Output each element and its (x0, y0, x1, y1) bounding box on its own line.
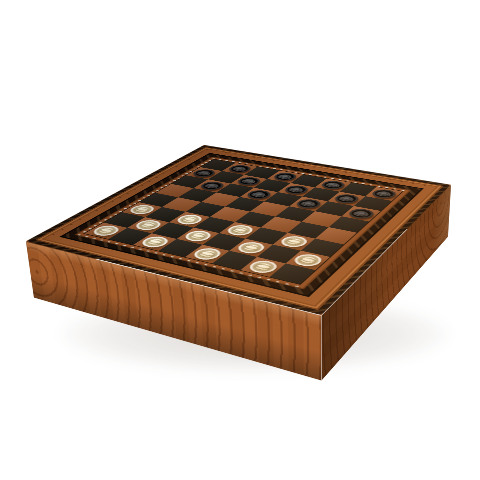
checkers-box: ⛂⛂⛂⛂⛂⛂⛂⛂⛂⛂⛂⛂⛀⛀⛀⛀⛀⛀⛀⛀⛀⛀⛀⛀ (26, 145, 451, 315)
camera-tilt-wrapper: ⛂⛂⛂⛂⛂⛂⛂⛂⛂⛂⛂⛂⛀⛀⛀⛀⛀⛀⛀⛀⛀⛀⛀⛀ (0, 0, 480, 480)
perspective-wrapper: ⛂⛂⛂⛂⛂⛂⛂⛂⛂⛂⛂⛂⛀⛀⛀⛀⛀⛀⛀⛀⛀⛀⛀⛀ (0, 0, 480, 480)
product-photo-scene: ⛂⛂⛂⛂⛂⛂⛂⛂⛂⛂⛂⛂⛀⛀⛀⛀⛀⛀⛀⛀⛀⛀⛀⛀ (0, 0, 480, 480)
